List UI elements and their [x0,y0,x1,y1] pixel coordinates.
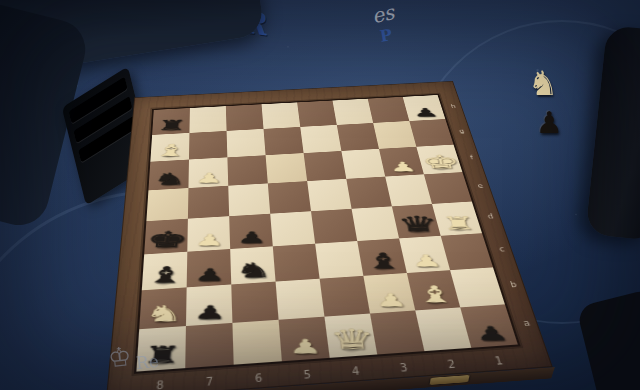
piece-wP-f7: ♟ [194,171,223,185]
piece-wP-c2: ♟ [410,253,443,270]
piece-stand-c8: ♝ [142,252,188,291]
piece-stand-b2: ♝ [407,270,460,310]
piece-bB-c3: ♝ [363,251,404,272]
piece-bQ-d2: ♛ [396,214,440,235]
square-d1: ♜ [432,202,482,236]
square-e3 [346,177,392,209]
piece-wP-b3: ♟ [374,292,408,310]
square-c8: ♝ [142,252,188,291]
rank-label-6: 6 [234,371,284,386]
square-c6: ♞ [230,246,275,284]
piece-wB-g8: ♝ [153,143,189,159]
piece-stand-a1: ♟ [460,304,518,347]
piece-stand-h8: ♜ [152,108,190,135]
rank-label-5: 5 [283,367,333,382]
square-b1 [450,267,505,307]
square-f1: ♚ [416,145,462,175]
piece-stand-f1: ♚ [416,145,462,175]
square-h1: ♟ [403,95,446,121]
board-front-edge [103,367,554,390]
piece-stand-a4: ♛ [324,314,377,358]
square-g3 [337,123,379,151]
piece-stand-d8: ♚ [144,219,188,255]
piece-stand-f7: ♟ [188,157,228,188]
square-b5 [276,279,325,320]
piece-stand-b8: ♞ [139,287,186,329]
rank-label-8: 8 [135,378,185,390]
square-e8 [146,188,188,221]
piece-bP-a1: ♟ [473,324,510,343]
square-b6 [231,282,278,323]
square-h8: ♜ [152,108,190,135]
square-b8: ♞ [139,287,186,329]
square-c5 [273,244,320,282]
square-g8: ♝ [150,133,189,162]
piece-wN-b8: ♞ [143,303,185,326]
square-d5 [270,211,315,246]
square-c2: ♟ [399,236,450,273]
brass-hinge [430,375,470,385]
file-label-a: a [517,303,536,343]
square-e4 [307,179,351,211]
square-d7: ♟ [187,216,230,252]
square-e5 [268,181,311,214]
captured-white-knight: ♞ [528,66,558,100]
board-frame: ♜♟♝♞♟♟♚♚♟♟♛♜♝♟♞♝♟♞♟♟♝♜♟♛♟ 87654321 hgfed… [106,81,553,390]
square-e6 [228,183,270,216]
rank-number-labels: 87654321 [134,81,453,97]
square-d6: ♟ [229,214,273,249]
square-b3: ♟ [363,273,415,314]
rank-label-7: 7 [185,374,235,389]
square-f8: ♞ [148,160,189,191]
piece-stand-d7: ♟ [187,216,230,252]
square-a1: ♟ [460,304,518,347]
square-h3 [333,99,374,125]
piece-stand-d1: ♜ [432,202,482,236]
square-b4 [320,276,370,317]
piece-stand-b7: ♟ [186,284,232,326]
square-f3 [341,149,385,179]
rank-label-3: 3 [379,360,429,375]
piece-wP-a5: ♟ [289,337,323,357]
square-h6 [226,104,264,131]
file-label-f: f [466,144,478,172]
piece-wP-d7: ♟ [194,232,225,248]
piece-wK-f1: ♚ [420,153,461,171]
square-h4 [297,101,337,127]
square-a6 [232,320,281,365]
square-f6 [227,155,267,186]
file-label-g: g [455,118,469,144]
piece-stand-h1: ♟ [403,95,446,121]
piece-stand-c6: ♞ [230,246,275,284]
piece-bR-h8: ♜ [156,99,186,133]
piece-bB-c8: ♝ [144,265,186,287]
crown-watermark-icon: ♔ [106,341,132,373]
square-d4 [311,209,357,244]
captured-black-pawn: ♟ [536,108,563,138]
piece-bN-f8: ♞ [152,171,188,188]
square-e7 [188,186,229,219]
file-label-h: h [447,94,460,118]
piece-wR-d1: ♜ [441,215,478,233]
square-g5 [264,127,304,155]
piece-stand-g8: ♝ [150,133,189,162]
piece-bP-d6: ♟ [236,230,266,246]
square-a3 [370,310,424,354]
piece-bP-b7: ♟ [193,303,227,322]
square-c3: ♝ [357,238,407,275]
piece-bK-d8: ♚ [145,229,190,251]
square-f4 [304,151,347,181]
file-label-b: b [505,266,523,303]
file-label-c: c [494,232,510,266]
file-label-e: e [473,171,488,201]
crown-watermark-text: Re [135,351,160,373]
piece-stand-c7: ♟ [187,249,232,287]
square-a4: ♛ [324,314,377,358]
file-letter-labels: hgfedcba [134,81,453,97]
piece-wQ-a4: ♛ [329,326,377,353]
square-a5: ♟ [279,317,330,362]
piece-stand-a5: ♟ [279,317,330,362]
piece-bP-c7: ♟ [193,267,225,284]
piece-wB-b2: ♝ [414,284,458,307]
piece-bP-h1: ♟ [412,107,440,119]
rank-label-2: 2 [426,357,476,372]
square-a7 [185,323,233,368]
square-g1 [409,119,453,147]
square-c4 [315,241,363,279]
piece-stand-f8: ♞ [148,160,189,191]
square-f5 [266,153,308,183]
square-a2 [415,307,471,351]
piece-stand-d6: ♟ [229,214,273,249]
piece-bN-c6: ♞ [234,260,272,281]
square-g4 [300,125,341,153]
square-g6 [227,129,266,157]
square-h7 [189,106,226,133]
piece-stand-c2: ♟ [399,236,450,273]
square-h5 [262,102,301,128]
square-b7: ♟ [186,284,232,326]
square-e1 [424,172,472,204]
file-label-d: d [483,201,499,233]
square-d3 [352,206,400,241]
square-c1 [441,233,493,270]
square-g7 [189,131,227,160]
square-b2: ♝ [407,270,460,310]
rank-label-4: 4 [331,364,381,379]
piece-stand-b3: ♟ [363,273,415,314]
rank-label-1: 1 [474,354,525,369]
piece-stand-c3: ♝ [357,238,407,275]
square-d8: ♚ [144,219,188,255]
square-f7: ♟ [188,157,228,188]
piece-wP-f2: ♟ [389,160,418,173]
square-c7: ♟ [187,249,232,287]
board-perspective-space: ♜♟♝♞♟♟♚♚♟♟♛♜♝♟♞♝♟♞♟♟♝♜♟♛♟ 87654321 hgfed… [92,8,542,368]
board-plane: ♜♟♝♞♟♟♚♚♟♟♛♜♝♟♞♝♟♞♟♟♝♜♟♛♟ 87654321 hgfed… [106,81,553,390]
